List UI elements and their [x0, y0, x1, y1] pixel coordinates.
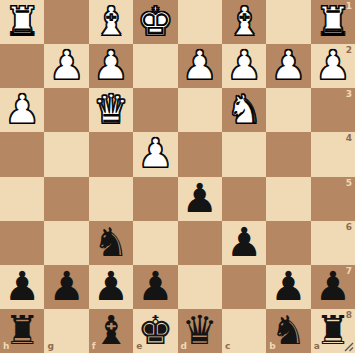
square-g6[interactable]	[44, 221, 88, 265]
black-knight-piece: ♞	[271, 310, 307, 350]
black-bishop-piece: ♝	[93, 310, 129, 350]
square-f6[interactable]: ♞	[89, 221, 133, 265]
resize-grip-icon[interactable]	[343, 341, 354, 352]
square-d1[interactable]	[178, 0, 222, 44]
square-e5[interactable]	[133, 177, 177, 221]
square-a7[interactable]: ♟7	[311, 265, 355, 309]
square-g4[interactable]	[44, 132, 88, 176]
black-king-piece: ♚	[137, 310, 173, 350]
white-pawn-piece: ♟	[137, 133, 173, 173]
resize-grip-line	[350, 348, 354, 352]
square-b6[interactable]	[266, 221, 310, 265]
black-pawn-piece: ♟	[93, 266, 129, 306]
square-a2[interactable]: ♟2	[311, 44, 355, 88]
black-pawn-piece: ♟	[271, 266, 307, 306]
square-g5[interactable]	[44, 177, 88, 221]
rank-label-5: 5	[346, 179, 352, 188]
black-pawn-piece: ♟	[137, 266, 173, 306]
white-bishop-piece: ♝	[226, 1, 262, 41]
square-c4[interactable]	[222, 132, 266, 176]
square-c2[interactable]: ♟	[222, 44, 266, 88]
white-pawn-piece: ♟	[226, 45, 262, 85]
square-d3[interactable]	[178, 88, 222, 132]
square-h5[interactable]	[0, 177, 44, 221]
square-b8[interactable]: ♞b	[266, 309, 310, 353]
square-b1[interactable]	[266, 0, 310, 44]
white-pawn-piece: ♟	[271, 45, 307, 85]
black-pawn-piece: ♟	[182, 178, 218, 218]
square-e3[interactable]	[133, 88, 177, 132]
square-e4[interactable]: ♟	[133, 132, 177, 176]
white-pawn-piece: ♟	[315, 45, 351, 85]
white-queen-piece: ♛	[93, 89, 129, 129]
black-pawn-piece: ♟	[226, 222, 262, 262]
black-pawn-piece: ♟	[315, 266, 351, 306]
white-pawn-piece: ♟	[182, 45, 218, 85]
square-d8[interactable]: ♛d	[178, 309, 222, 353]
square-f8[interactable]: ♝f	[89, 309, 133, 353]
square-f4[interactable]	[89, 132, 133, 176]
white-bishop-piece: ♝	[93, 1, 129, 41]
square-h2[interactable]	[0, 44, 44, 88]
square-d4[interactable]	[178, 132, 222, 176]
square-f5[interactable]	[89, 177, 133, 221]
white-knight-piece: ♞	[226, 89, 262, 129]
square-b3[interactable]	[266, 88, 310, 132]
black-pawn-piece: ♟	[4, 266, 40, 306]
white-pawn-piece: ♟	[93, 45, 129, 85]
square-c8[interactable]: c	[222, 309, 266, 353]
rank-label-4: 4	[346, 134, 352, 143]
square-g7[interactable]: ♟	[44, 265, 88, 309]
square-a3[interactable]: 3	[311, 88, 355, 132]
square-b5[interactable]	[266, 177, 310, 221]
square-e1[interactable]: ♚	[133, 0, 177, 44]
square-h4[interactable]	[0, 132, 44, 176]
square-f7[interactable]: ♟	[89, 265, 133, 309]
black-queen-piece: ♛	[182, 310, 218, 350]
square-e6[interactable]	[133, 221, 177, 265]
square-h8[interactable]: ♜h	[0, 309, 44, 353]
square-e7[interactable]: ♟	[133, 265, 177, 309]
square-b2[interactable]: ♟	[266, 44, 310, 88]
rank-label-3: 3	[346, 90, 352, 99]
black-knight-piece: ♞	[93, 222, 129, 262]
square-c6[interactable]: ♟	[222, 221, 266, 265]
square-g1[interactable]	[44, 0, 88, 44]
white-king-piece: ♚	[137, 1, 173, 41]
white-pawn-piece: ♟	[4, 89, 40, 129]
square-c7[interactable]	[222, 265, 266, 309]
square-a5[interactable]: 5	[311, 177, 355, 221]
square-f2[interactable]: ♟	[89, 44, 133, 88]
white-pawn-piece: ♟	[49, 45, 85, 85]
square-f1[interactable]: ♝	[89, 0, 133, 44]
square-d7[interactable]	[178, 265, 222, 309]
white-rook-piece: ♜	[315, 1, 351, 41]
square-e8[interactable]: ♚e	[133, 309, 177, 353]
square-c3[interactable]: ♞	[222, 88, 266, 132]
square-g2[interactable]: ♟	[44, 44, 88, 88]
square-g8[interactable]: g	[44, 309, 88, 353]
square-e2[interactable]	[133, 44, 177, 88]
square-b4[interactable]	[266, 132, 310, 176]
white-rook-piece: ♜	[4, 1, 40, 41]
black-pawn-piece: ♟	[49, 266, 85, 306]
square-h6[interactable]	[0, 221, 44, 265]
square-f3[interactable]: ♛	[89, 88, 133, 132]
black-rook-piece: ♜	[4, 310, 40, 350]
file-label-g: g	[47, 342, 53, 351]
square-d6[interactable]	[178, 221, 222, 265]
resize-grip-line	[345, 343, 353, 351]
rank-label-6: 6	[346, 223, 352, 232]
square-h7[interactable]: ♟	[0, 265, 44, 309]
square-a4[interactable]: 4	[311, 132, 355, 176]
square-d2[interactable]: ♟	[178, 44, 222, 88]
square-a6[interactable]: 6	[311, 221, 355, 265]
square-b7[interactable]: ♟	[266, 265, 310, 309]
square-h1[interactable]: ♜	[0, 0, 44, 44]
file-label-c: c	[225, 342, 230, 351]
square-a1[interactable]: ♜1	[311, 0, 355, 44]
square-g3[interactable]	[44, 88, 88, 132]
square-c5[interactable]	[222, 177, 266, 221]
square-c1[interactable]: ♝	[222, 0, 266, 44]
square-d5[interactable]: ♟	[178, 177, 222, 221]
square-h3[interactable]: ♟	[0, 88, 44, 132]
chess-board: ♜♝♚♝♜1♟♟♟♟♟♟2♟♛♞3♟4♟5♞♟6♟♟♟♟♟♟7♜hg♝f♚e♛d…	[0, 0, 355, 353]
